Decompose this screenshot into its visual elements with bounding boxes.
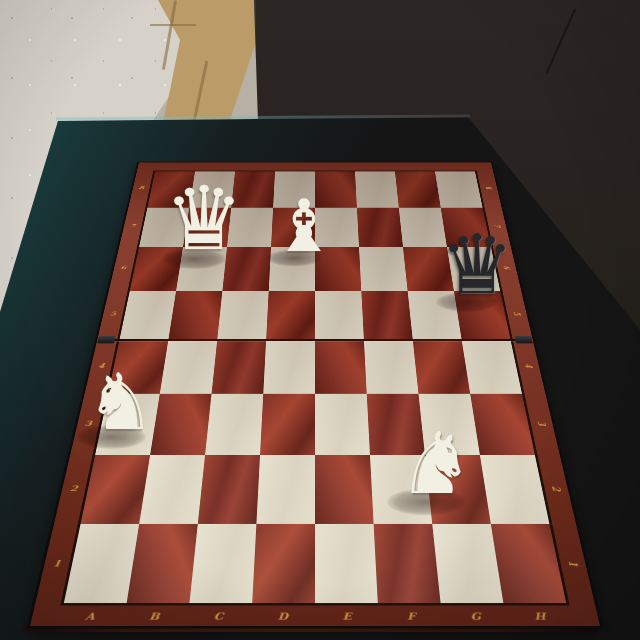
rank-label-left-5: 5: [105, 311, 121, 317]
rank-label-right-3: 3: [534, 418, 548, 429]
square-f6: [359, 247, 408, 291]
square-b2: [139, 455, 205, 524]
piece-white-knight-f2-f2: ♞: [397, 420, 474, 506]
square-f7: [357, 207, 403, 247]
square-d1: [252, 524, 315, 603]
board-fold-seam: [99, 338, 530, 340]
floor-plank-line: [150, 24, 196, 26]
rank-label-right-2: 2: [549, 483, 564, 496]
rank-label-left-7: 7: [126, 223, 141, 228]
square-e3: [315, 394, 370, 455]
square-h3: [470, 394, 535, 455]
square-f1: [374, 524, 441, 603]
piece-white-knight-a3-a3: ♞: [86, 363, 156, 441]
square-c3: [205, 394, 263, 455]
file-label-f: F: [401, 611, 422, 622]
square-e1: [315, 524, 378, 603]
square-h8: [435, 171, 483, 207]
square-e2: [315, 455, 374, 524]
square-h1: [491, 524, 566, 603]
square-h2: [480, 455, 550, 524]
square-c5: [217, 291, 268, 340]
square-f8: [355, 171, 399, 207]
square-d3: [260, 394, 315, 455]
file-label-c: C: [208, 611, 229, 622]
rank-label-right-4: 4: [522, 361, 535, 371]
board-hinge-right: [514, 336, 532, 343]
square-b1: [127, 524, 198, 603]
file-label-e: E: [337, 611, 357, 622]
board-hinge-left: [97, 336, 115, 343]
square-f5: [361, 291, 412, 340]
square-b5: [168, 291, 222, 340]
piece-white-bishop-d6: ♝: [272, 190, 337, 262]
square-f4: [364, 339, 419, 393]
square-e4: [315, 339, 367, 393]
square-g8: [395, 171, 441, 207]
file-label-b: B: [144, 611, 165, 622]
square-b3: [150, 394, 211, 455]
square-d4: [263, 339, 315, 393]
file-label-g: G: [465, 611, 486, 622]
piece-black-queen-g5: ♛: [440, 224, 514, 306]
photo-chessboard-scene: ABCDEFGH1122334455667788 ♛♝♛♞♞: [0, 0, 640, 640]
file-label-h: H: [529, 611, 551, 622]
rank-label-right-1: 1: [565, 556, 582, 570]
square-e5: [315, 291, 364, 340]
square-h4: [462, 339, 522, 393]
square-c4: [212, 339, 267, 393]
rank-label-left-6: 6: [116, 265, 131, 271]
square-g4: [413, 339, 470, 393]
rank-label-left-8: 8: [134, 186, 148, 191]
rank-label-left-2: 2: [64, 484, 84, 493]
rank-label-left-1: 1: [46, 558, 67, 568]
file-label-a: A: [79, 611, 101, 622]
square-c2: [198, 455, 260, 524]
square-c1: [189, 524, 256, 603]
square-d5: [266, 291, 315, 340]
square-a5: [120, 291, 177, 340]
file-label-d: D: [273, 611, 293, 622]
square-b4: [160, 339, 217, 393]
square-d2: [256, 455, 315, 524]
rank-label-right-8: 8: [483, 185, 493, 192]
piece-white-queen-b5: ♛: [165, 175, 244, 263]
